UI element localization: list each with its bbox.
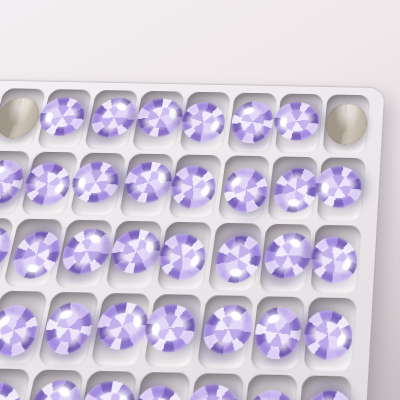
tray-cell: [275, 94, 324, 154]
tray-cell: [185, 373, 245, 400]
crystal-facedown: [324, 103, 368, 146]
tray-cell: [197, 295, 254, 369]
crystal-faceup: [252, 307, 303, 360]
tray-cell: [250, 296, 305, 370]
tray-cell: [303, 297, 357, 371]
tray-cell: [130, 372, 192, 400]
crystal-faceup: [41, 302, 97, 355]
crystal-faceup: [92, 300, 153, 352]
crystal-faceup: [217, 161, 275, 220]
tray-cell: [316, 157, 365, 221]
tray-cell: [296, 375, 352, 400]
tray-cell: [54, 220, 114, 289]
crystal-faceup: [107, 227, 166, 275]
tray-cell: [0, 368, 31, 400]
tray-cell: [217, 155, 269, 219]
photo-scene: [0, 0, 400, 400]
crystal-faceup: [229, 101, 275, 144]
tray-cell: [19, 370, 85, 400]
tray-cell: [207, 223, 262, 292]
tray-cell: [227, 93, 277, 153]
crystal-faceup: [20, 369, 90, 400]
tray-cell: [84, 90, 139, 150]
crystal-faceup: [0, 297, 44, 365]
tray-cell: [143, 294, 202, 368]
tray-cell: [119, 154, 175, 218]
crystal-faceup: [294, 381, 362, 400]
tray-cell: [131, 91, 184, 151]
crystal-faceup: [240, 381, 305, 400]
crystal-faceup: [0, 372, 31, 400]
crystal-faceup: [294, 300, 362, 370]
crystal-faceup: [309, 161, 368, 214]
tray-cell: [179, 92, 231, 152]
tray-cell: [74, 371, 138, 400]
crystal-facedown: [0, 96, 43, 138]
tray-cell: [20, 152, 79, 216]
tray-cell: [37, 292, 100, 366]
storage-tray: [0, 80, 384, 400]
tray-cell: [168, 154, 222, 218]
crystal-faceup: [120, 160, 176, 205]
crystal-faceup: [133, 97, 187, 139]
crystal-faceup: [301, 228, 366, 293]
tray-cell: [322, 94, 370, 154]
crystal-faceup: [268, 97, 325, 146]
crystal-faceup: [76, 378, 140, 400]
tray-cell: [267, 156, 318, 220]
tray-cell: [69, 153, 126, 217]
tray-cell: [105, 221, 163, 290]
tray-cell: [90, 293, 151, 367]
tray-cell: [310, 225, 361, 294]
tray-cell: [36, 89, 92, 148]
tray-cell: [240, 374, 298, 400]
tray-cell: [156, 222, 212, 291]
tray-cell: [259, 224, 312, 293]
